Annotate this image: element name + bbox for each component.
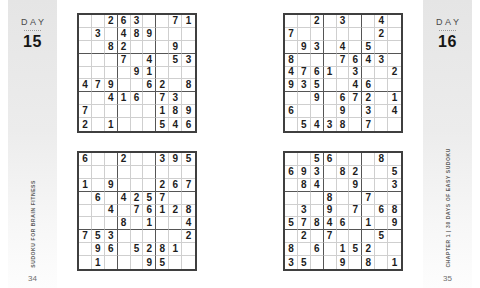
cell-r8c1: 6 [285, 105, 298, 118]
cell-r3c9 [388, 41, 401, 54]
cell-r6c4 [118, 79, 131, 92]
cell-r4c8 [169, 192, 182, 205]
cell-r8c5 [131, 105, 144, 118]
cell-r6c2: 3 [298, 79, 311, 92]
day-label-left: DAY [8, 17, 57, 27]
cell-r4c1 [285, 192, 298, 205]
cell-r2c5: 8 [337, 166, 350, 179]
cell-r2c5 [337, 28, 350, 41]
cell-r7c8: 5 [375, 230, 388, 243]
cell-r8c6 [349, 105, 362, 118]
cell-r9c4 [118, 256, 131, 269]
cell-r8c2 [298, 105, 311, 118]
cell-r7c3 [311, 230, 324, 243]
cell-r5c5: 7 [131, 205, 144, 218]
cell-r8c1 [79, 243, 92, 256]
cell-r3c1: 1 [79, 179, 92, 192]
cell-r5c7 [156, 67, 169, 80]
cell-r6c7: 1 [362, 217, 375, 230]
cell-r4c4: 8 [324, 192, 337, 205]
cell-r5c3 [311, 205, 324, 218]
cell-r3c3: 8 [105, 41, 118, 54]
cell-r8c9: 9 [182, 105, 195, 118]
cell-r4c7: 7 [156, 192, 169, 205]
cell-r3c7 [156, 41, 169, 54]
cell-r1c7: 3 [156, 153, 169, 166]
cell-r1c5 [337, 153, 350, 166]
cell-r7c4: 7 [324, 230, 337, 243]
cell-r2c1 [79, 28, 92, 41]
cell-r4c8: 3 [375, 54, 388, 67]
cell-r1c2 [298, 15, 311, 28]
cell-r7c4: 1 [118, 92, 131, 105]
cell-r8c4 [324, 243, 337, 256]
sudoku-grid-day15-top: 26371348982974539147962841673718921546 [77, 13, 197, 133]
cell-r3c5 [131, 179, 144, 192]
cell-r6c4 [324, 79, 337, 92]
cell-r9c4: 3 [324, 118, 337, 131]
cell-r7c9 [388, 230, 401, 243]
day-number-left: 15 [8, 33, 57, 51]
cell-r7c1 [79, 92, 92, 105]
cell-r7c5 [131, 230, 144, 243]
cell-r4c2 [92, 54, 105, 67]
cell-r7c3: 3 [105, 230, 118, 243]
cell-r9c2: 5 [298, 256, 311, 269]
cell-r9c8 [375, 118, 388, 131]
sudoku-grid-day16-bottom: 5686938258493873976857846192758615235981 [283, 151, 403, 271]
cell-r6c5 [131, 217, 144, 230]
cell-r5c2: 3 [298, 205, 311, 218]
cell-r8c5: 1 [337, 243, 350, 256]
cell-r6c9: 8 [182, 79, 195, 92]
cell-r2c6 [349, 28, 362, 41]
cell-r5c5: 9 [131, 67, 144, 80]
cell-r7c7 [362, 230, 375, 243]
cell-r2c2: 3 [92, 28, 105, 41]
cell-r1c3: 2 [105, 15, 118, 28]
cell-r9c1: 2 [79, 118, 92, 131]
cell-r1c5: 3 [337, 15, 350, 28]
cell-r1c1 [285, 153, 298, 166]
cell-r2c6 [143, 166, 156, 179]
cell-r4c4: 7 [118, 54, 131, 67]
cell-r9c9 [182, 256, 195, 269]
cell-r1c5: 3 [131, 15, 144, 28]
page-number-left: 34 [8, 274, 57, 283]
day-divider-right [439, 30, 456, 31]
cell-r6c2: 7 [298, 217, 311, 230]
cell-r3c8 [375, 179, 388, 192]
cell-r3c2 [92, 179, 105, 192]
cell-r1c2 [92, 153, 105, 166]
cell-r4c3 [105, 54, 118, 67]
cell-r1c1: 6 [79, 153, 92, 166]
cell-r4c5 [337, 192, 350, 205]
cell-r5c4 [118, 205, 131, 218]
book-title-vertical-text: SUDOKU FOR BRAIN FITNESS [30, 180, 36, 268]
cell-r7c8 [169, 230, 182, 243]
cell-r2c9 [182, 28, 195, 41]
cell-r1c1 [285, 15, 298, 28]
cell-r2c4: 4 [118, 28, 131, 41]
cell-r4c6: 4 [143, 54, 156, 67]
cell-r6c9: 9 [388, 217, 401, 230]
cell-r9c5 [131, 256, 144, 269]
cell-r9c8 [375, 256, 388, 269]
cell-r8c7: 8 [156, 243, 169, 256]
cell-r1c6 [349, 153, 362, 166]
left-page-sidebar: DAY 15 SUDOKU FOR BRAIN FITNESS 34 [8, 0, 57, 288]
right-page-sidebar: DAY 16 CHAPTER 1 | 30 DAYS OF EASY SUDOK… [423, 0, 472, 288]
cell-r1c1 [79, 15, 92, 28]
cell-r1c6 [143, 15, 156, 28]
cell-r4c6 [349, 192, 362, 205]
cell-r9c5 [131, 118, 144, 131]
cell-r5c9: 2 [388, 67, 401, 80]
cell-r2c8: 2 [375, 28, 388, 41]
cell-r8c1: 7 [79, 105, 92, 118]
cell-r8c4 [118, 105, 131, 118]
cell-r9c3: 4 [311, 118, 324, 131]
cell-r1c9: 5 [182, 153, 195, 166]
cell-r2c4 [324, 166, 337, 179]
cell-r1c4 [324, 15, 337, 28]
cell-r5c2 [92, 205, 105, 218]
cell-r6c3: 5 [311, 79, 324, 92]
cell-r5c9: 8 [182, 205, 195, 218]
cell-r4c5 [131, 54, 144, 67]
cell-r5c6: 7 [349, 205, 362, 218]
cell-r9c6 [349, 118, 362, 131]
cell-r7c2 [92, 92, 105, 105]
cell-r8c8 [375, 243, 388, 256]
cell-r7c3: 4 [105, 92, 118, 105]
cell-r5c3: 4 [105, 205, 118, 218]
cell-r2c1: 6 [285, 166, 298, 179]
cell-r1c6 [349, 15, 362, 28]
cell-r1c7 [362, 15, 375, 28]
cell-r1c2 [298, 153, 311, 166]
cell-r2c9: 5 [388, 166, 401, 179]
cell-r4c1 [79, 54, 92, 67]
cell-r8c6 [143, 105, 156, 118]
cell-r6c2: 7 [92, 79, 105, 92]
cell-r8c7: 3 [362, 105, 375, 118]
cell-r6c4: 4 [324, 217, 337, 230]
cell-r8c8 [375, 105, 388, 118]
cell-r2c7 [156, 166, 169, 179]
cell-r4c9 [388, 54, 401, 67]
chapter-vertical-text: CHAPTER 1 | 30 DAYS OF EASY SUDOKU [445, 148, 451, 268]
cell-r2c3 [105, 166, 118, 179]
cell-r4c2 [298, 192, 311, 205]
cell-r4c2: 6 [92, 192, 105, 205]
cell-r9c7: 8 [362, 256, 375, 269]
cell-r6c8 [169, 217, 182, 230]
cell-r7c6 [143, 92, 156, 105]
cell-r8c4 [118, 243, 131, 256]
cell-r4c7: 4 [362, 54, 375, 67]
cell-r1c7 [156, 15, 169, 28]
cell-r8c2 [92, 105, 105, 118]
cell-r9c5: 9 [337, 256, 350, 269]
cell-r9c3 [311, 256, 324, 269]
cell-r5c8 [169, 67, 182, 80]
cell-r6c7 [156, 217, 169, 230]
cell-r3c8: 9 [169, 41, 182, 54]
cell-r5c1: 4 [285, 67, 298, 80]
cell-r1c3 [105, 153, 118, 166]
cell-r4c4 [324, 54, 337, 67]
cell-r5c2: 7 [298, 67, 311, 80]
cell-r4c8: 5 [169, 54, 182, 67]
cell-r3c1 [285, 179, 298, 192]
cell-r3c1 [79, 41, 92, 54]
cell-r9c1 [79, 256, 92, 269]
cell-r1c7 [362, 153, 375, 166]
cell-r1c8: 8 [375, 153, 388, 166]
cell-r9c4 [324, 256, 337, 269]
sudoku-grid-day15-bottom: 6239519267642574761288147532965281195 [77, 151, 197, 271]
cell-r6c5 [131, 79, 144, 92]
cell-r3c2 [92, 41, 105, 54]
cell-r3c4 [324, 179, 337, 192]
cell-r1c3: 5 [311, 153, 324, 166]
cell-r8c9 [388, 243, 401, 256]
cell-r6c6: 4 [349, 79, 362, 92]
cell-r1c9 [388, 15, 401, 28]
cell-r8c6: 5 [349, 243, 362, 256]
cell-r3c9: 3 [388, 179, 401, 192]
cell-r5c9 [182, 67, 195, 80]
cell-r9c2: 5 [298, 118, 311, 131]
cell-r1c9: 1 [182, 15, 195, 28]
cell-r6c1 [79, 217, 92, 230]
cell-r5c1 [79, 67, 92, 80]
cell-r4c3 [105, 192, 118, 205]
cell-r2c7 [362, 166, 375, 179]
cell-r5c9: 8 [388, 205, 401, 218]
cell-r6c1: 9 [285, 79, 298, 92]
cell-r9c7: 7 [362, 118, 375, 131]
cell-r7c6 [349, 230, 362, 243]
cell-r3c8: 6 [169, 179, 182, 192]
cell-r7c9: 2 [182, 230, 195, 243]
cell-r3c1 [285, 41, 298, 54]
cell-r7c7: 2 [362, 92, 375, 105]
cell-r6c6 [349, 217, 362, 230]
cell-r2c2 [298, 28, 311, 41]
cell-r9c2: 1 [92, 256, 105, 269]
cell-r7c4 [118, 230, 131, 243]
day-label-right: DAY [423, 17, 472, 27]
cell-r6c4: 8 [118, 217, 131, 230]
cell-r5c3 [105, 67, 118, 80]
cell-r7c5: 6 [131, 92, 144, 105]
cell-r2c9 [182, 166, 195, 179]
cell-r7c1 [285, 92, 298, 105]
cell-r5c8: 2 [169, 205, 182, 218]
cell-r7c6: 7 [349, 92, 362, 105]
cell-r6c1: 5 [285, 217, 298, 230]
cell-r3c6 [349, 41, 362, 54]
cell-r9c9: 6 [182, 118, 195, 131]
cell-r8c3 [311, 105, 324, 118]
cell-r9c3 [105, 256, 118, 269]
cell-r9c8 [169, 256, 182, 269]
cell-r5c4: 9 [324, 205, 337, 218]
cell-r4c9 [182, 192, 195, 205]
cell-r9c6: 9 [143, 256, 156, 269]
cell-r9c1: 3 [285, 256, 298, 269]
cell-r3c6 [143, 179, 156, 192]
cell-r8c5: 5 [131, 243, 144, 256]
cell-r7c4 [324, 92, 337, 105]
cell-r9c9 [388, 118, 401, 131]
cell-r7c9: 1 [388, 92, 401, 105]
cell-r4c7: 7 [362, 192, 375, 205]
cell-r2c3 [311, 28, 324, 41]
cell-r2c7 [362, 28, 375, 41]
cell-r1c4: 6 [118, 15, 131, 28]
cell-r7c1 [285, 230, 298, 243]
cell-r2c2 [92, 166, 105, 179]
cell-r5c3: 6 [311, 67, 324, 80]
cell-r8c3: 6 [105, 243, 118, 256]
cell-r2c8 [169, 28, 182, 41]
cell-r6c8 [169, 79, 182, 92]
cell-r6c6: 6 [143, 79, 156, 92]
cell-r3c2: 9 [298, 41, 311, 54]
cell-r1c2 [92, 15, 105, 28]
cell-r9c8: 4 [169, 118, 182, 131]
cell-r5c2 [92, 67, 105, 80]
cell-r9c7: 5 [156, 256, 169, 269]
cell-r8c1: 8 [285, 243, 298, 256]
cell-r8c8: 8 [169, 105, 182, 118]
cell-r6c3: 8 [311, 217, 324, 230]
cell-r5c5 [337, 67, 350, 80]
day-number-right: 16 [423, 33, 472, 51]
cell-r4c8 [375, 192, 388, 205]
cell-r5c1 [79, 205, 92, 218]
cell-r4c6: 5 [143, 192, 156, 205]
cell-r7c9 [182, 92, 195, 105]
cell-r3c5: 4 [337, 41, 350, 54]
cell-r7c2 [298, 92, 311, 105]
cell-r6c3 [105, 217, 118, 230]
cell-r4c9: 3 [182, 54, 195, 67]
cell-r9c4 [118, 118, 131, 131]
cell-r4c5: 2 [131, 192, 144, 205]
cell-r5c8 [375, 67, 388, 80]
cell-r2c1 [79, 166, 92, 179]
cell-r8c2 [298, 243, 311, 256]
cell-r1c3: 2 [311, 15, 324, 28]
cell-r5c7: 1 [156, 205, 169, 218]
cell-r6c7: 2 [156, 79, 169, 92]
cell-r6c8 [375, 217, 388, 230]
cell-r1c8: 4 [375, 15, 388, 28]
cell-r2c3: 3 [311, 166, 324, 179]
cell-r8c6: 2 [143, 243, 156, 256]
cell-r2c4 [118, 166, 131, 179]
cell-r2c5 [131, 166, 144, 179]
cell-r1c4: 6 [324, 153, 337, 166]
cell-r4c6: 6 [349, 54, 362, 67]
cell-r8c3 [105, 105, 118, 118]
cell-r9c1 [285, 118, 298, 131]
cell-r3c3: 4 [311, 179, 324, 192]
cell-r4c4: 4 [118, 192, 131, 205]
page-number-right: 35 [423, 274, 472, 283]
cell-r3c4 [118, 179, 131, 192]
cell-r3c3: 9 [105, 179, 118, 192]
cell-r4c5: 7 [337, 54, 350, 67]
cell-r9c3: 1 [105, 118, 118, 131]
cell-r5c6: 1 [143, 67, 156, 80]
cell-r7c3: 9 [311, 92, 324, 105]
cell-r4c3 [311, 54, 324, 67]
cell-r4c9 [388, 192, 401, 205]
cell-r6c1: 4 [79, 79, 92, 92]
cell-r3c6: 9 [349, 179, 362, 192]
cell-r7c2: 5 [92, 230, 105, 243]
cell-r8c2: 9 [92, 243, 105, 256]
cell-r1c5 [131, 153, 144, 166]
cell-r6c5 [337, 79, 350, 92]
cell-r5c8: 6 [375, 205, 388, 218]
cell-r2c6: 9 [143, 28, 156, 41]
cell-r1c6 [143, 153, 156, 166]
cell-r3c4 [324, 41, 337, 54]
cell-r6c5: 6 [337, 217, 350, 230]
cell-r3c7: 2 [156, 179, 169, 192]
cell-r8c4 [324, 105, 337, 118]
cell-r7c2: 2 [298, 230, 311, 243]
cell-r7c7: 7 [156, 92, 169, 105]
cell-r1c9 [388, 153, 401, 166]
cell-r8c5: 9 [337, 105, 350, 118]
cell-r3c7: 5 [362, 41, 375, 54]
cell-r3c6 [143, 41, 156, 54]
cell-r1c8: 9 [169, 153, 182, 166]
cell-r7c5 [337, 230, 350, 243]
cell-r7c8: 3 [169, 92, 182, 105]
cell-r8c7: 1 [156, 105, 169, 118]
cell-r8c9: 4 [388, 105, 401, 118]
cell-r1c8: 7 [169, 15, 182, 28]
cell-r4c1: 8 [285, 54, 298, 67]
cell-r5c7 [362, 67, 375, 80]
cell-r9c2 [92, 118, 105, 131]
cell-r2c8 [375, 166, 388, 179]
cell-r3c2: 8 [298, 179, 311, 192]
cell-r7c6 [143, 230, 156, 243]
cell-r3c9: 7 [182, 179, 195, 192]
cell-r1c4: 2 [118, 153, 131, 166]
cell-r2c8 [169, 166, 182, 179]
cell-r3c5 [337, 179, 350, 192]
cell-r5c4: 1 [324, 67, 337, 80]
cell-r2c7 [156, 28, 169, 41]
cell-r8c9 [182, 243, 195, 256]
cell-r2c2: 9 [298, 166, 311, 179]
cell-r6c9: 4 [182, 217, 195, 230]
cell-r6c8 [375, 79, 388, 92]
cell-r8c3: 6 [311, 243, 324, 256]
